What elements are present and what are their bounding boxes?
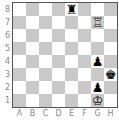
- chess-board: ♜♖♟♚♟♔: [12, 2, 118, 108]
- white-rook-piece: ♖: [92, 16, 104, 29]
- square-h3[interactable]: ♚: [104, 68, 117, 81]
- rank-labels: 87654321: [0, 3, 10, 107]
- square-f8[interactable]: [78, 3, 91, 16]
- file-label-h: H: [104, 108, 117, 119]
- square-a4[interactable]: [13, 55, 26, 68]
- square-a5[interactable]: [13, 42, 26, 55]
- square-f1[interactable]: [78, 94, 91, 107]
- square-e3[interactable]: [65, 68, 78, 81]
- rank-label-2: 2: [0, 81, 10, 94]
- square-h7[interactable]: [104, 16, 117, 29]
- square-c1[interactable]: [39, 94, 52, 107]
- rank-label-3: 3: [0, 68, 10, 81]
- square-f7[interactable]: [78, 16, 91, 29]
- rank-label-8: 8: [0, 3, 10, 16]
- square-d4[interactable]: [52, 55, 65, 68]
- square-b6[interactable]: [26, 29, 39, 42]
- square-b5[interactable]: [26, 42, 39, 55]
- square-g1[interactable]: ♔: [91, 94, 104, 107]
- square-g4[interactable]: ♟: [91, 55, 104, 68]
- square-c8[interactable]: [39, 3, 52, 16]
- black-pawn-piece: ♟: [92, 55, 104, 68]
- square-b8[interactable]: [26, 3, 39, 16]
- square-a7[interactable]: [13, 16, 26, 29]
- rank-label-1: 1: [0, 94, 10, 107]
- chess-diagram: 87654321 ♜♖♟♚♟♔ ABCDEFGH: [0, 0, 119, 120]
- square-d8[interactable]: [52, 3, 65, 16]
- square-b4[interactable]: [26, 55, 39, 68]
- rank-label-5: 5: [0, 42, 10, 55]
- square-d5[interactable]: [52, 42, 65, 55]
- square-b2[interactable]: [26, 81, 39, 94]
- square-e2[interactable]: [65, 81, 78, 94]
- square-d6[interactable]: [52, 29, 65, 42]
- square-e8[interactable]: ♜: [65, 3, 78, 16]
- square-c2[interactable]: [39, 81, 52, 94]
- square-f6[interactable]: [78, 29, 91, 42]
- square-h6[interactable]: [104, 29, 117, 42]
- square-e4[interactable]: [65, 55, 78, 68]
- square-h8[interactable]: [104, 3, 117, 16]
- square-e1[interactable]: [65, 94, 78, 107]
- square-h1[interactable]: [104, 94, 117, 107]
- rank-label-4: 4: [0, 55, 10, 68]
- square-c7[interactable]: [39, 16, 52, 29]
- square-c5[interactable]: [39, 42, 52, 55]
- square-b3[interactable]: [26, 68, 39, 81]
- square-b7[interactable]: [26, 16, 39, 29]
- black-king-piece: ♚: [105, 68, 117, 81]
- square-e5[interactable]: [65, 42, 78, 55]
- rank-label-7: 7: [0, 16, 10, 29]
- square-g7[interactable]: ♖: [91, 16, 104, 29]
- square-a8[interactable]: [13, 3, 26, 16]
- file-label-c: C: [39, 108, 52, 119]
- square-h5[interactable]: [104, 42, 117, 55]
- square-d3[interactable]: [52, 68, 65, 81]
- square-a3[interactable]: [13, 68, 26, 81]
- file-label-e: E: [65, 108, 78, 119]
- square-d1[interactable]: [52, 94, 65, 107]
- square-f3[interactable]: [78, 68, 91, 81]
- square-c4[interactable]: [39, 55, 52, 68]
- file-label-g: G: [91, 108, 104, 119]
- square-g6[interactable]: [91, 29, 104, 42]
- square-a6[interactable]: [13, 29, 26, 42]
- file-label-a: A: [13, 108, 26, 119]
- file-label-d: D: [52, 108, 65, 119]
- square-a2[interactable]: [13, 81, 26, 94]
- square-f2[interactable]: [78, 81, 91, 94]
- square-f4[interactable]: [78, 55, 91, 68]
- square-b1[interactable]: [26, 94, 39, 107]
- square-d2[interactable]: [52, 81, 65, 94]
- square-e6[interactable]: [65, 29, 78, 42]
- file-labels: ABCDEFGH: [13, 108, 117, 119]
- square-f5[interactable]: [78, 42, 91, 55]
- square-a1[interactable]: [13, 94, 26, 107]
- rank-label-6: 6: [0, 29, 10, 42]
- white-king-piece: ♔: [92, 94, 104, 107]
- square-d7[interactable]: [52, 16, 65, 29]
- square-c3[interactable]: [39, 68, 52, 81]
- file-label-b: B: [26, 108, 39, 119]
- file-label-f: F: [78, 108, 91, 119]
- square-e7[interactable]: [65, 16, 78, 29]
- square-h2[interactable]: [104, 81, 117, 94]
- square-c6[interactable]: [39, 29, 52, 42]
- black-rook-piece: ♜: [66, 3, 78, 16]
